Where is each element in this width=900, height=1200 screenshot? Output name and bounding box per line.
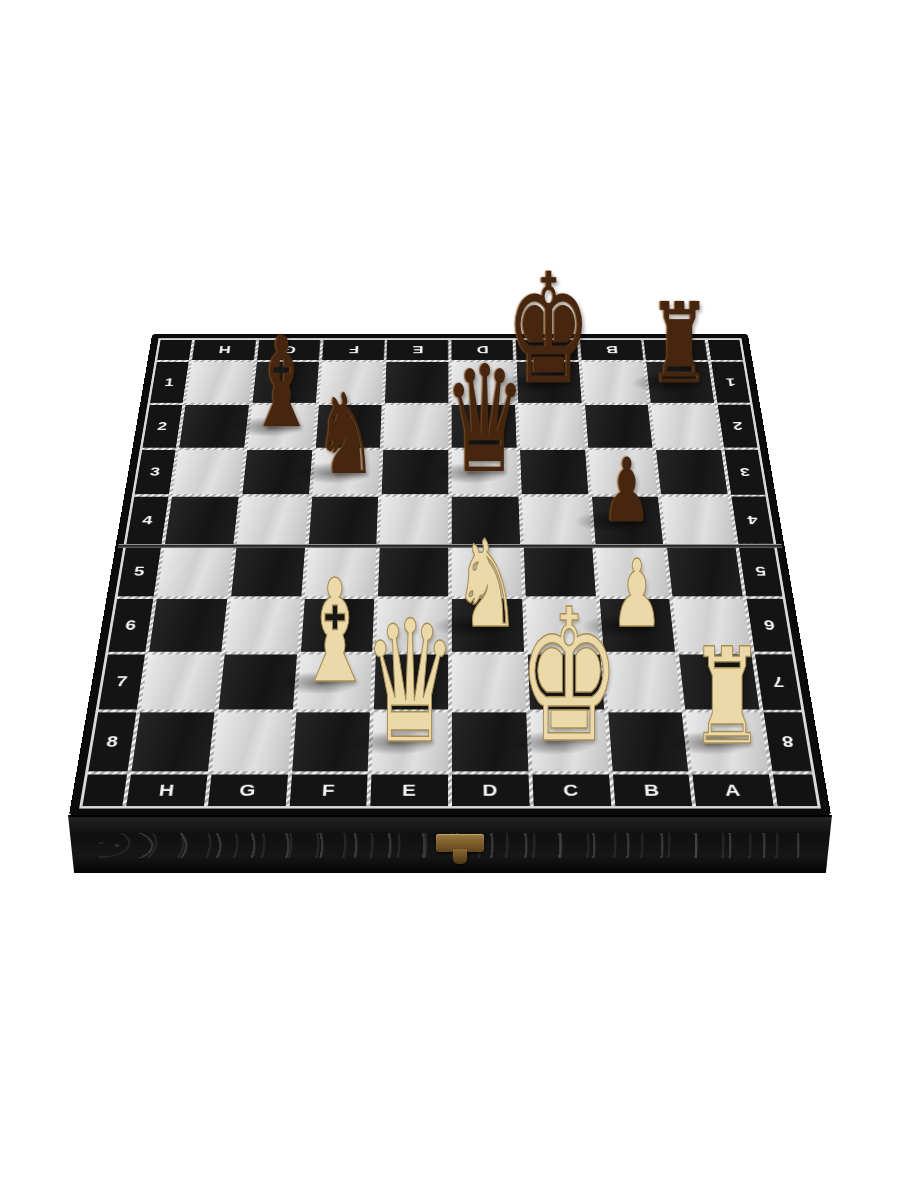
- clasp-latch: [436, 834, 484, 868]
- square-a7: [679, 654, 759, 710]
- board-front-edge: [68, 815, 832, 873]
- square-d2: [452, 405, 517, 448]
- rank-label-left: 4: [126, 497, 168, 544]
- square-g6: [225, 599, 301, 652]
- square-b8: [608, 713, 689, 772]
- square-d8: [452, 713, 528, 772]
- chessboard-surface: HGFEDCBA1122334455667788HGFEDCBA: [70, 334, 830, 815]
- square-e4: [380, 497, 448, 544]
- square-d4: [452, 497, 520, 544]
- board-corner: [708, 340, 743, 360]
- square-f5: [305, 546, 377, 596]
- file-label-bottom: G: [208, 774, 288, 806]
- board-corner: [82, 774, 127, 806]
- square-f3: [312, 450, 380, 495]
- square-e2: [384, 405, 449, 448]
- square-f2: [315, 405, 381, 448]
- file-label-top: G: [257, 340, 320, 360]
- square-c1: [517, 362, 582, 403]
- square-b6: [599, 599, 675, 652]
- square-f6: [301, 599, 375, 652]
- square-e7: [374, 654, 448, 710]
- square-f1: [319, 362, 384, 403]
- square-a1: [646, 362, 714, 403]
- square-f7: [296, 654, 372, 710]
- board-corner: [773, 774, 818, 806]
- file-label-top: H: [192, 340, 256, 360]
- square-g1: [252, 362, 318, 403]
- file-label-top: C: [516, 340, 578, 360]
- square-h5: [157, 546, 233, 596]
- file-label-bottom: H: [126, 774, 207, 806]
- rank-label-left: 5: [118, 546, 161, 596]
- square-b5: [595, 546, 669, 596]
- file-label-top: F: [322, 340, 384, 360]
- file-label-top: D: [452, 340, 514, 360]
- square-h1: [186, 362, 254, 403]
- square-h4: [165, 497, 238, 544]
- square-d6: [452, 599, 524, 652]
- rank-label-right: 5: [739, 546, 782, 596]
- file-label-bottom: E: [371, 774, 448, 806]
- file-label-bottom: F: [289, 774, 368, 806]
- rank-label-left: 7: [99, 654, 145, 710]
- square-e6: [376, 599, 448, 652]
- square-g7: [218, 654, 296, 710]
- file-label-top: B: [580, 340, 643, 360]
- rank-label-right: 6: [747, 599, 792, 652]
- square-e1: [385, 362, 448, 403]
- rank-label-left: 6: [108, 599, 153, 652]
- square-h8: [131, 713, 214, 772]
- square-a2: [651, 405, 721, 448]
- square-a4: [662, 497, 735, 544]
- rank-label-right: 4: [731, 497, 773, 544]
- square-b3: [588, 450, 658, 495]
- file-label-bottom: A: [693, 774, 774, 806]
- square-g3: [242, 450, 312, 495]
- square-d7: [452, 654, 526, 710]
- board-corner: [157, 340, 192, 360]
- rank-label-right: 1: [711, 362, 750, 403]
- square-b2: [585, 405, 653, 448]
- square-f8: [292, 713, 370, 772]
- square-e5: [378, 546, 448, 596]
- square-c8: [530, 713, 608, 772]
- rank-label-right: 7: [755, 654, 801, 710]
- file-label-bottom: B: [612, 774, 692, 806]
- square-d1: [452, 362, 515, 403]
- file-label-top: E: [387, 340, 449, 360]
- square-b4: [592, 497, 664, 544]
- square-d5: [452, 546, 522, 596]
- rank-label-left: 1: [150, 362, 189, 403]
- square-g8: [212, 713, 293, 772]
- square-h3: [172, 450, 243, 495]
- square-d3: [452, 450, 518, 495]
- rank-label-left: 8: [88, 713, 136, 772]
- square-h6: [149, 599, 227, 652]
- square-g4: [237, 497, 309, 544]
- square-e8: [372, 713, 448, 772]
- square-h7: [141, 654, 221, 710]
- chessboard-grid: HGFEDCBA1122334455667788HGFEDCBA: [79, 338, 821, 808]
- square-a5: [667, 546, 743, 596]
- square-a8: [686, 713, 769, 772]
- clasp-hook: [453, 849, 467, 864]
- square-c2: [518, 405, 584, 448]
- square-h2: [179, 405, 249, 448]
- rank-label-left: 3: [135, 450, 176, 495]
- rank-label-right: 8: [764, 713, 812, 772]
- square-e3: [382, 450, 448, 495]
- square-b1: [581, 362, 647, 403]
- file-label-bottom: D: [452, 774, 529, 806]
- square-c3: [520, 450, 588, 495]
- square-c7: [528, 654, 604, 710]
- file-label-top: A: [644, 340, 708, 360]
- square-g5: [231, 546, 305, 596]
- rank-label-left: 2: [143, 405, 183, 448]
- square-b7: [603, 654, 681, 710]
- folding-chessboard-photo: HGFEDCBA1122334455667788HGFEDCBA ♜♚♝♛♞♟♟…: [70, 0, 830, 940]
- square-a3: [656, 450, 727, 495]
- square-a6: [673, 599, 751, 652]
- square-c4: [522, 497, 592, 544]
- rank-label-right: 3: [724, 450, 765, 495]
- square-g2: [247, 405, 315, 448]
- square-c5: [524, 546, 596, 596]
- file-label-bottom: C: [532, 774, 611, 806]
- square-c6: [526, 599, 600, 652]
- fold-seam: [118, 544, 782, 548]
- rank-label-right: 2: [718, 405, 758, 448]
- square-f4: [308, 497, 378, 544]
